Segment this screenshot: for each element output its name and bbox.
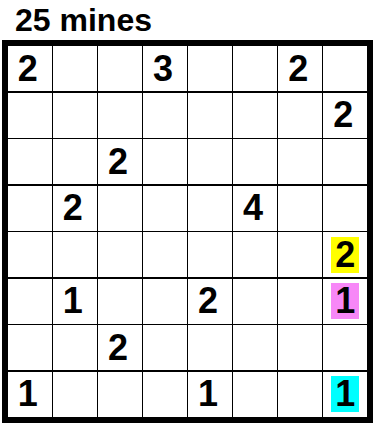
- cell-r5c6[interactable]: [233, 232, 277, 277]
- cell-r3c1[interactable]: [8, 139, 52, 184]
- clue-number: 1: [18, 376, 38, 412]
- cell-r7c1[interactable]: [8, 325, 52, 370]
- cell-r2c2[interactable]: [53, 93, 97, 138]
- cell-r5c1[interactable]: [8, 232, 52, 277]
- cell-r4c7[interactable]: [278, 186, 322, 231]
- clue-number: 4: [243, 190, 263, 226]
- cell-r8c5[interactable]: 1: [188, 372, 232, 417]
- cell-r8c3[interactable]: [98, 372, 142, 417]
- clue-number: 1: [198, 376, 218, 412]
- clue-number: 2: [288, 51, 308, 87]
- clue-number: 2: [333, 97, 353, 133]
- cell-r8c6[interactable]: [233, 372, 277, 417]
- cell-r5c8[interactable]: 2: [323, 232, 367, 277]
- cell-r1c8[interactable]: [323, 46, 367, 91]
- cell-r2c6[interactable]: [233, 93, 277, 138]
- cell-r6c5[interactable]: 2: [188, 279, 232, 324]
- cell-r1c4[interactable]: 3: [143, 46, 187, 91]
- clue-number: 2: [198, 283, 218, 319]
- cell-r5c7[interactable]: [278, 232, 322, 277]
- cell-r6c4[interactable]: [143, 279, 187, 324]
- cell-r3c5[interactable]: [188, 139, 232, 184]
- clue-number: 2: [108, 330, 128, 366]
- cell-r2c3[interactable]: [98, 93, 142, 138]
- cell-r7c4[interactable]: [143, 325, 187, 370]
- cell-r3c7[interactable]: [278, 139, 322, 184]
- cell-r5c3[interactable]: [98, 232, 142, 277]
- board: 232222421212111: [2, 40, 373, 423]
- puzzle-title: 25 mines: [0, 0, 375, 40]
- cell-r4c2[interactable]: 2: [53, 186, 97, 231]
- highlighted-clue-number: 1: [331, 283, 359, 319]
- clue-number: 2: [108, 144, 128, 180]
- clue-number: 2: [63, 190, 83, 226]
- cell-r8c8[interactable]: 1: [323, 372, 367, 417]
- cell-r1c6[interactable]: [233, 46, 277, 91]
- cell-r3c4[interactable]: [143, 139, 187, 184]
- clue-number: 1: [63, 283, 83, 319]
- cell-r1c5[interactable]: [188, 46, 232, 91]
- cell-r1c7[interactable]: 2: [278, 46, 322, 91]
- cell-r6c1[interactable]: [8, 279, 52, 324]
- cell-r5c2[interactable]: [53, 232, 97, 277]
- cell-r3c3[interactable]: 2: [98, 139, 142, 184]
- cell-r3c6[interactable]: [233, 139, 277, 184]
- cell-r8c1[interactable]: 1: [8, 372, 52, 417]
- cell-r1c3[interactable]: [98, 46, 142, 91]
- cell-r8c4[interactable]: [143, 372, 187, 417]
- cell-r2c5[interactable]: [188, 93, 232, 138]
- cell-r6c6[interactable]: [233, 279, 277, 324]
- puzzle-page: 25 mines 232222421212111: [0, 0, 375, 423]
- cell-r8c7[interactable]: [278, 372, 322, 417]
- cell-r8c2[interactable]: [53, 372, 97, 417]
- cell-r7c6[interactable]: [233, 325, 277, 370]
- cell-r2c8[interactable]: 2: [323, 93, 367, 138]
- cell-r6c2[interactable]: 1: [53, 279, 97, 324]
- cell-r6c8[interactable]: 1: [323, 279, 367, 324]
- cell-r7c7[interactable]: [278, 325, 322, 370]
- cell-r2c4[interactable]: [143, 93, 187, 138]
- cell-r2c7[interactable]: [278, 93, 322, 138]
- cell-r7c8[interactable]: [323, 325, 367, 370]
- cell-r3c8[interactable]: [323, 139, 367, 184]
- cell-r6c7[interactable]: [278, 279, 322, 324]
- cell-r4c5[interactable]: [188, 186, 232, 231]
- cell-r4c3[interactable]: [98, 186, 142, 231]
- clue-number: 3: [153, 51, 173, 87]
- highlighted-clue-number: 2: [331, 237, 359, 273]
- clue-number: 2: [18, 51, 38, 87]
- cell-r4c6[interactable]: 4: [233, 186, 277, 231]
- cell-r6c3[interactable]: [98, 279, 142, 324]
- cell-r1c1[interactable]: 2: [8, 46, 52, 91]
- highlighted-clue-number: 1: [331, 376, 359, 412]
- cell-r4c8[interactable]: [323, 186, 367, 231]
- cell-r7c5[interactable]: [188, 325, 232, 370]
- cell-r5c5[interactable]: [188, 232, 232, 277]
- cell-r3c2[interactable]: [53, 139, 97, 184]
- cell-r1c2[interactable]: [53, 46, 97, 91]
- cell-r2c1[interactable]: [8, 93, 52, 138]
- cell-r4c1[interactable]: [8, 186, 52, 231]
- cell-r4c4[interactable]: [143, 186, 187, 231]
- cell-r7c3[interactable]: 2: [98, 325, 142, 370]
- cell-r7c2[interactable]: [53, 325, 97, 370]
- cell-r5c4[interactable]: [143, 232, 187, 277]
